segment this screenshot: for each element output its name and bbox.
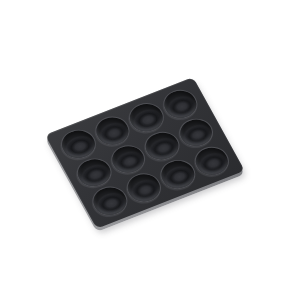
cups-grid bbox=[55, 85, 234, 220]
muffin-pan bbox=[45, 77, 245, 229]
product-photo-scene bbox=[0, 0, 292, 292]
